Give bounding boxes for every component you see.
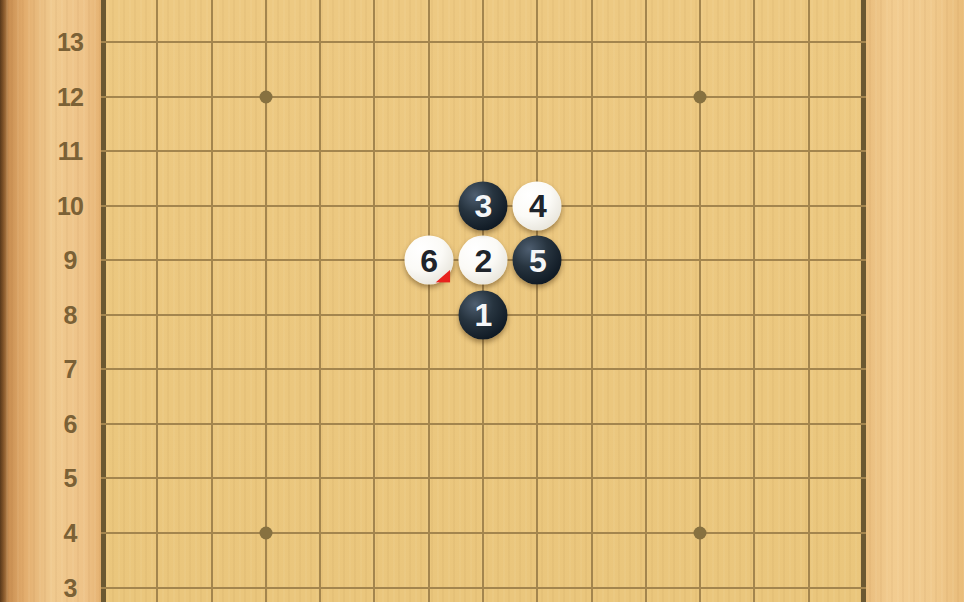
grid-hline (101, 532, 866, 534)
board-border-line (101, 0, 106, 602)
stone-white-6: 6 (404, 236, 453, 285)
stone-black-1: 1 (459, 290, 508, 339)
grid-vline (591, 0, 593, 602)
grid-hline (101, 423, 866, 425)
stone-move-number: 5 (529, 244, 546, 276)
row-label-9: 9 (48, 246, 92, 274)
row-label-11: 11 (48, 137, 92, 165)
grid-hline (101, 477, 866, 479)
stone-black-5: 5 (513, 236, 562, 285)
grid-vline (428, 0, 430, 602)
grid-vline (645, 0, 647, 602)
board-grid[interactable]: 123456 (101, 0, 865, 602)
grid-hline (101, 41, 866, 43)
grid-hline (101, 96, 866, 98)
grid-vline (753, 0, 755, 602)
row-label-10: 10 (48, 192, 92, 220)
stone-move-number: 4 (529, 190, 546, 222)
grid-hline (101, 587, 866, 589)
stone-black-3: 3 (459, 181, 508, 230)
row-label-6: 6 (48, 410, 92, 438)
row-label-7: 7 (48, 355, 92, 383)
star-point (694, 526, 707, 539)
grid-hline (101, 150, 866, 152)
star-point (259, 526, 272, 539)
row-label-5: 5 (48, 464, 92, 492)
board-border-line (861, 0, 866, 602)
stone-move-number: 2 (475, 244, 492, 276)
grid-vline (536, 0, 538, 602)
row-label-13: 13 (48, 28, 92, 56)
grid-vline (319, 0, 321, 602)
grid-vline (156, 0, 158, 602)
last-move-marker-icon (435, 270, 450, 283)
row-label-8: 8 (48, 301, 92, 329)
grid-hline (101, 368, 866, 370)
stone-white-2: 2 (459, 236, 508, 285)
stone-move-number: 1 (475, 299, 492, 331)
row-label-4: 4 (48, 519, 92, 547)
grid-vline (211, 0, 213, 602)
gomoku-board-screen: 123456 131211109876543 (0, 0, 964, 602)
grid-vline (808, 0, 810, 602)
stone-move-number: 6 (420, 244, 437, 276)
stone-white-4: 4 (513, 181, 562, 230)
stone-move-number: 3 (475, 190, 492, 222)
star-point (259, 90, 272, 103)
row-label-3: 3 (48, 574, 92, 602)
grid-vline (373, 0, 375, 602)
row-label-12: 12 (48, 83, 92, 111)
star-point (694, 90, 707, 103)
